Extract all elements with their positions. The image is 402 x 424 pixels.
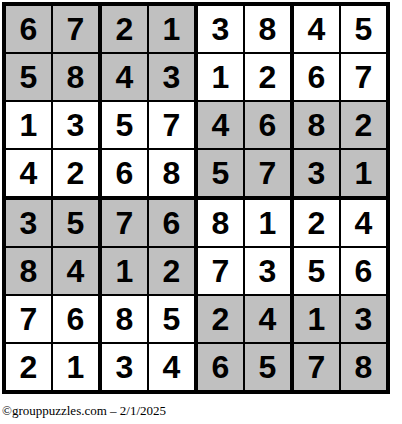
copyright-text: ©grouppuzzles.com – 2/1/2025 [2,403,166,419]
grid-cell: 3 [198,6,245,54]
grid-cell: 7 [6,296,53,344]
grid-cell: 6 [102,150,149,200]
grid-cell: 1 [198,54,245,102]
grid-cell: 4 [53,248,102,296]
grid-cell: 8 [149,150,198,200]
grid-cell: 8 [245,6,294,54]
grid-cell: 3 [294,150,341,200]
grid-cell: 4 [294,6,341,54]
grid-cell: 8 [53,54,102,102]
grid-cell: 4 [6,150,53,200]
grid-cell: 5 [149,296,198,344]
grid-cell: 6 [149,200,198,248]
grid-cell: 4 [341,200,386,248]
grid-cell: 4 [102,54,149,102]
grid-cell: 5 [102,102,149,150]
grid-cell: 5 [53,200,102,248]
grid-cell: 3 [149,54,198,102]
grid-cell: 2 [198,296,245,344]
grid-cell: 2 [294,200,341,248]
grid-cell: 4 [149,344,198,390]
grid-cell: 6 [6,6,53,54]
grid-cell: 8 [294,102,341,150]
grid-cell: 5 [6,54,53,102]
grid-cell: 7 [198,248,245,296]
grid-cell: 8 [6,248,53,296]
grid-cell: 2 [6,344,53,390]
grid-cell: 2 [245,54,294,102]
grid-cell: 5 [341,6,386,54]
sudoku-grid: 6721384558431267135746824268573135768124… [2,2,390,394]
grid-cell: 6 [294,54,341,102]
grid-cell: 1 [294,296,341,344]
grid-cell: 5 [198,150,245,200]
grid-cell: 3 [102,344,149,390]
grid-cell: 3 [53,102,102,150]
grid-cell: 5 [294,248,341,296]
grid-cell: 1 [102,248,149,296]
grid-cell: 6 [245,102,294,150]
grid-cell: 4 [245,296,294,344]
grid-cell: 6 [53,296,102,344]
grid-cell: 8 [102,296,149,344]
grid-cell: 3 [341,296,386,344]
grid-cell: 7 [53,6,102,54]
grid-cell: 2 [53,150,102,200]
grid-cell: 7 [341,54,386,102]
grid-cell: 1 [245,200,294,248]
grid-cell: 7 [245,150,294,200]
grid-cell: 8 [198,200,245,248]
grid-cell: 3 [6,200,53,248]
grid-cell: 6 [341,248,386,296]
grid-cell: 1 [149,6,198,54]
grid-cell: 2 [102,6,149,54]
grid-cell: 6 [198,344,245,390]
grid-cell: 2 [149,248,198,296]
grid-cell: 7 [102,200,149,248]
grid-cell: 1 [6,102,53,150]
grid-cell: 2 [341,102,386,150]
grid-cell: 7 [149,102,198,150]
grid-cell: 7 [294,344,341,390]
grid-cell: 1 [53,344,102,390]
grid-cell: 5 [245,344,294,390]
grid-cell: 8 [341,344,386,390]
grid-cell: 3 [245,248,294,296]
grid-cell: 1 [341,150,386,200]
grid-cell: 4 [198,102,245,150]
